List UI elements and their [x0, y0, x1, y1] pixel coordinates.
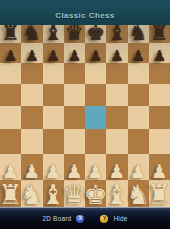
square-h2[interactable]: ♟ — [149, 154, 170, 180]
square-g4[interactable] — [128, 106, 149, 129]
square-e8[interactable]: ♚ — [85, 25, 106, 43]
y-button-icon[interactable]: Y — [100, 215, 108, 223]
square-g8[interactable]: ♞ — [128, 25, 149, 43]
square-c2[interactable]: ♟ — [43, 154, 64, 180]
piece-black-knight-b8[interactable]: ♞ — [22, 25, 41, 44]
square-e4[interactable] — [85, 106, 106, 129]
board-viewport: ♜♞♝♛♚♝♞♜♟♟♟♟♟♟♟♟♟♟♟♟♟♟♟♟♜♞♝♛♚♝♞♜ — [0, 25, 170, 207]
square-f3[interactable] — [106, 129, 127, 154]
square-h1[interactable]: ♜ — [149, 180, 170, 207]
square-d3[interactable] — [64, 129, 85, 154]
square-e1[interactable]: ♚ — [85, 180, 106, 207]
square-c8[interactable]: ♝ — [43, 25, 64, 43]
square-d7[interactable]: ♟ — [64, 43, 85, 63]
game-screen: Classic Chess ♜♞♝♛♚♝♞♜♟♟♟♟♟♟♟♟♟♟♟♟♟♟♟♟♜♞… — [0, 0, 170, 229]
square-c7[interactable]: ♟ — [43, 43, 64, 63]
controller-hint-bar: 2D Board X Y Hide — [0, 207, 170, 229]
x-button-icon[interactable]: X — [76, 215, 84, 223]
square-b1[interactable]: ♞ — [21, 180, 42, 207]
square-g2[interactable]: ♟ — [128, 154, 149, 180]
square-h5[interactable] — [149, 84, 170, 106]
square-a4[interactable] — [0, 106, 21, 129]
2d-board-label: 2D Board — [42, 215, 71, 222]
square-b7[interactable]: ♟ — [21, 43, 42, 63]
square-e3[interactable] — [85, 129, 106, 154]
square-d8[interactable]: ♛ — [64, 25, 85, 43]
chess-board: ♜♞♝♛♚♝♞♜♟♟♟♟♟♟♟♟♟♟♟♟♟♟♟♟♜♞♝♛♚♝♞♜ — [0, 25, 170, 207]
square-d2[interactable]: ♟ — [64, 154, 85, 180]
piece-black-rook-a8[interactable]: ♜ — [1, 25, 20, 44]
square-e5[interactable] — [85, 84, 106, 106]
piece-black-pawn-e7[interactable]: ♟ — [89, 49, 102, 64]
square-d6[interactable] — [64, 63, 85, 84]
square-g5[interactable] — [128, 84, 149, 106]
square-c6[interactable] — [43, 63, 64, 84]
square-a2[interactable]: ♟ — [0, 154, 21, 180]
square-h6[interactable] — [149, 63, 170, 84]
square-f4[interactable] — [106, 106, 127, 129]
piece-black-pawn-h7[interactable]: ♟ — [153, 49, 166, 64]
piece-black-pawn-b7[interactable]: ♟ — [25, 49, 38, 64]
square-c4[interactable] — [43, 106, 64, 129]
square-h7[interactable]: ♟ — [149, 43, 170, 63]
square-h8[interactable]: ♜ — [149, 25, 170, 43]
square-f2[interactable]: ♟ — [106, 154, 127, 180]
square-a3[interactable] — [0, 129, 21, 154]
square-g3[interactable] — [128, 129, 149, 154]
square-f8[interactable]: ♝ — [106, 25, 127, 43]
piece-black-pawn-g7[interactable]: ♟ — [131, 49, 144, 64]
piece-black-queen-d8[interactable]: ♛ — [65, 25, 84, 44]
square-b5[interactable] — [21, 84, 42, 106]
square-b4[interactable] — [21, 106, 42, 129]
page-title: Classic Chess — [0, 11, 170, 20]
square-d5[interactable] — [64, 84, 85, 106]
square-a6[interactable] — [0, 63, 21, 84]
piece-black-pawn-a7[interactable]: ♟ — [4, 49, 17, 64]
square-h3[interactable] — [149, 129, 170, 154]
piece-black-bishop-f8[interactable]: ♝ — [107, 25, 126, 44]
square-g7[interactable]: ♟ — [128, 43, 149, 63]
square-e2[interactable]: ♟ — [85, 154, 106, 180]
square-f5[interactable] — [106, 84, 127, 106]
piece-black-bishop-c8[interactable]: ♝ — [44, 25, 63, 44]
square-e6[interactable] — [85, 63, 106, 84]
square-f6[interactable] — [106, 63, 127, 84]
square-h4[interactable] — [149, 106, 170, 129]
square-c3[interactable] — [43, 129, 64, 154]
square-b8[interactable]: ♞ — [21, 25, 42, 43]
piece-white-rook-h1[interactable]: ♜ — [147, 181, 170, 207]
square-e7[interactable]: ♟ — [85, 43, 106, 63]
square-d4[interactable] — [64, 106, 85, 129]
square-a7[interactable]: ♟ — [0, 43, 21, 63]
square-f7[interactable]: ♟ — [106, 43, 127, 63]
square-a5[interactable] — [0, 84, 21, 106]
square-c5[interactable] — [43, 84, 64, 106]
piece-black-knight-g8[interactable]: ♞ — [129, 25, 148, 44]
square-b6[interactable] — [21, 63, 42, 84]
piece-black-king-e8[interactable]: ♚ — [86, 25, 105, 44]
hide-label: Hide — [113, 215, 127, 222]
square-a8[interactable]: ♜ — [0, 25, 21, 43]
square-b2[interactable]: ♟ — [21, 154, 42, 180]
square-g1[interactable]: ♞ — [128, 180, 149, 207]
square-b3[interactable] — [21, 129, 42, 154]
square-a1[interactable]: ♜ — [0, 180, 21, 207]
square-g6[interactable] — [128, 63, 149, 84]
square-f1[interactable]: ♝ — [106, 180, 127, 207]
square-c1[interactable]: ♝ — [43, 180, 64, 207]
piece-black-pawn-d7[interactable]: ♟ — [68, 49, 81, 64]
title-bar: Classic Chess — [0, 0, 170, 25]
square-d1[interactable]: ♛ — [64, 180, 85, 207]
piece-black-pawn-f7[interactable]: ♟ — [110, 49, 123, 64]
piece-black-rook-h8[interactable]: ♜ — [150, 25, 169, 44]
piece-black-pawn-c7[interactable]: ♟ — [46, 49, 59, 64]
